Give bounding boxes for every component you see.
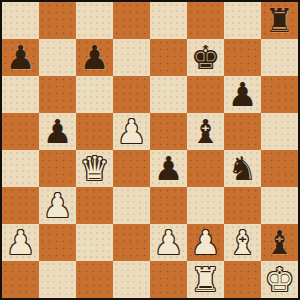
square-g2[interactable]: ♝	[224, 224, 261, 261]
piece-white-pawn[interactable]: ♟	[113, 113, 150, 150]
square-d6[interactable]	[113, 76, 150, 113]
square-a1[interactable]	[2, 261, 39, 298]
square-a4[interactable]	[2, 150, 39, 187]
square-e6[interactable]	[150, 76, 187, 113]
piece-white-pawn[interactable]: ♟	[39, 187, 76, 224]
square-e7[interactable]	[150, 39, 187, 76]
square-d4[interactable]	[113, 150, 150, 187]
square-d8[interactable]	[113, 2, 150, 39]
square-d5[interactable]: ♟	[113, 113, 150, 150]
piece-black-pawn[interactable]: ♟	[76, 39, 113, 76]
square-f1[interactable]: ♜	[187, 261, 224, 298]
square-b4[interactable]	[39, 150, 76, 187]
piece-black-bishop[interactable]: ♝	[261, 224, 298, 261]
square-e3[interactable]	[150, 187, 187, 224]
piece-black-rook[interactable]: ♜	[261, 2, 298, 39]
square-g3[interactable]	[224, 187, 261, 224]
piece-white-bishop[interactable]: ♝	[224, 224, 261, 261]
square-f3[interactable]	[187, 187, 224, 224]
square-b2[interactable]	[39, 224, 76, 261]
square-g8[interactable]	[224, 2, 261, 39]
square-a2[interactable]: ♟	[2, 224, 39, 261]
piece-black-pawn[interactable]: ♟	[2, 39, 39, 76]
square-c2[interactable]	[76, 224, 113, 261]
square-e2[interactable]: ♟	[150, 224, 187, 261]
square-b1[interactable]	[39, 261, 76, 298]
square-h3[interactable]	[261, 187, 298, 224]
square-c3[interactable]	[76, 187, 113, 224]
square-c7[interactable]: ♟	[76, 39, 113, 76]
square-b5[interactable]: ♟	[39, 113, 76, 150]
piece-white-pawn[interactable]: ♟	[2, 224, 39, 261]
piece-white-rook[interactable]: ♜	[187, 261, 224, 298]
square-c4[interactable]: ♛	[76, 150, 113, 187]
piece-black-pawn[interactable]: ♟	[224, 76, 261, 113]
square-b3[interactable]: ♟	[39, 187, 76, 224]
square-h2[interactable]: ♝	[261, 224, 298, 261]
square-f6[interactable]	[187, 76, 224, 113]
piece-black-pawn[interactable]: ♟	[39, 113, 76, 150]
square-c1[interactable]	[76, 261, 113, 298]
square-g1[interactable]	[224, 261, 261, 298]
square-g5[interactable]	[224, 113, 261, 150]
square-h4[interactable]	[261, 150, 298, 187]
square-h1[interactable]: ♚	[261, 261, 298, 298]
square-f8[interactable]	[187, 2, 224, 39]
piece-black-knight[interactable]: ♞	[224, 150, 261, 187]
square-c8[interactable]	[76, 2, 113, 39]
square-g4[interactable]: ♞	[224, 150, 261, 187]
square-c6[interactable]	[76, 76, 113, 113]
square-c5[interactable]	[76, 113, 113, 150]
square-g6[interactable]: ♟	[224, 76, 261, 113]
chess-board: ♜♟♟♚♟♟♟♝♛♟♞♟♟♟♟♝♝♜♚	[0, 0, 300, 300]
square-e4[interactable]: ♟	[150, 150, 187, 187]
piece-black-bishop[interactable]: ♝	[187, 113, 224, 150]
square-f4[interactable]	[187, 150, 224, 187]
square-b8[interactable]	[39, 2, 76, 39]
square-a6[interactable]	[2, 76, 39, 113]
square-e5[interactable]	[150, 113, 187, 150]
piece-white-queen[interactable]: ♛	[76, 150, 113, 187]
square-d7[interactable]	[113, 39, 150, 76]
square-d1[interactable]	[113, 261, 150, 298]
piece-white-pawn[interactable]: ♟	[187, 224, 224, 261]
square-a5[interactable]	[2, 113, 39, 150]
square-e1[interactable]	[150, 261, 187, 298]
square-d3[interactable]	[113, 187, 150, 224]
piece-white-pawn[interactable]: ♟	[150, 224, 187, 261]
square-f5[interactable]: ♝	[187, 113, 224, 150]
square-g7[interactable]	[224, 39, 261, 76]
square-h6[interactable]	[261, 76, 298, 113]
square-b7[interactable]	[39, 39, 76, 76]
square-a7[interactable]: ♟	[2, 39, 39, 76]
piece-white-king[interactable]: ♚	[261, 261, 298, 298]
square-a8[interactable]	[2, 2, 39, 39]
square-h8[interactable]: ♜	[261, 2, 298, 39]
square-f7[interactable]: ♚	[187, 39, 224, 76]
piece-black-pawn[interactable]: ♟	[150, 150, 187, 187]
square-h7[interactable]	[261, 39, 298, 76]
square-e8[interactable]	[150, 2, 187, 39]
square-h5[interactable]	[261, 113, 298, 150]
square-b6[interactable]	[39, 76, 76, 113]
piece-black-king[interactable]: ♚	[187, 39, 224, 76]
square-d2[interactable]	[113, 224, 150, 261]
square-f2[interactable]: ♟	[187, 224, 224, 261]
square-a3[interactable]	[2, 187, 39, 224]
